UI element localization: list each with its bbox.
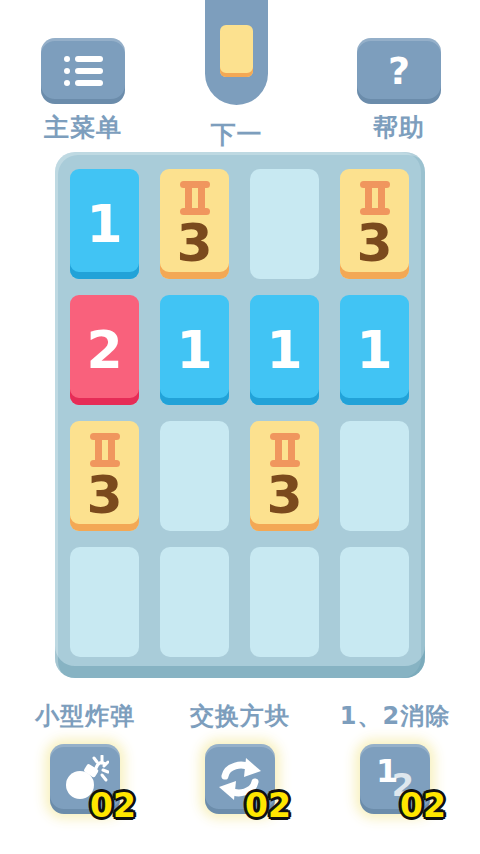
tile-yellow-3[interactable]: 3 xyxy=(160,169,229,279)
powerup-onetwo-button[interactable]: 1 2 02 xyxy=(360,744,430,814)
tile-number: 3 xyxy=(266,467,302,531)
roman-two-mark xyxy=(90,433,120,467)
roman-two-mark xyxy=(360,181,390,215)
help-group: ? 帮助 xyxy=(357,38,441,144)
main-menu-label: 主菜单 xyxy=(41,111,125,144)
help-label: 帮助 xyxy=(357,111,441,144)
next-tile-slot xyxy=(205,0,268,105)
empty-cell xyxy=(250,169,319,279)
roman-two-mark xyxy=(270,433,300,467)
tile-pink-2[interactable]: 2 xyxy=(70,295,139,405)
empty-cell xyxy=(160,547,229,657)
game-board[interactable]: 133211133 xyxy=(55,152,425,678)
main-menu-button[interactable] xyxy=(41,38,125,104)
powerup-bomb-count: 02 xyxy=(90,789,136,822)
tile-blue-1[interactable]: 1 xyxy=(160,295,229,405)
next-tile-preview xyxy=(220,25,253,77)
powerup-onetwo: 1、2消除 1 2 02 xyxy=(320,700,470,814)
powerup-swap: 交换方块 02 xyxy=(165,700,315,814)
powerup-onetwo-label: 1、2消除 xyxy=(320,700,470,732)
tile-yellow-3[interactable]: 3 xyxy=(250,421,319,531)
tile-number: 2 xyxy=(86,295,122,405)
board-grid: 133211133 xyxy=(70,169,409,657)
main-menu-group: 主菜单 xyxy=(41,38,125,144)
empty-cell xyxy=(70,547,139,657)
powerup-swap-count: 02 xyxy=(245,789,291,822)
tile-number: 1 xyxy=(86,169,122,279)
help-button[interactable]: ? xyxy=(357,38,441,104)
powerup-bomb-label: 小型炸弹 xyxy=(10,700,160,732)
tile-number: 3 xyxy=(356,215,392,279)
tile-blue-1[interactable]: 1 xyxy=(250,295,319,405)
tile-number: 1 xyxy=(356,295,392,405)
empty-cell xyxy=(250,547,319,657)
tile-number: 1 xyxy=(176,295,212,405)
tile-number: 3 xyxy=(86,467,122,531)
powerup-bomb: 小型炸弹 02 xyxy=(10,700,160,814)
tile-number: 1 xyxy=(266,295,302,405)
powerup-swap-label: 交换方块 xyxy=(165,700,315,732)
empty-cell xyxy=(340,547,409,657)
empty-cell xyxy=(160,421,229,531)
tile-blue-1[interactable]: 1 xyxy=(340,295,409,405)
roman-two-mark xyxy=(180,181,210,215)
powerup-onetwo-count: 02 xyxy=(400,789,446,822)
tile-yellow-3[interactable]: 3 xyxy=(340,169,409,279)
list-icon xyxy=(64,56,103,86)
powerup-bomb-button[interactable]: 02 xyxy=(50,744,120,814)
powerup-bar: 小型炸弹 02 交换方块 xyxy=(0,700,480,814)
powerup-swap-button[interactable]: 02 xyxy=(205,744,275,814)
tile-number: 3 xyxy=(176,215,212,279)
tile-blue-1[interactable]: 1 xyxy=(70,169,139,279)
empty-cell xyxy=(340,421,409,531)
question-mark-icon: ? xyxy=(388,52,410,90)
game-screen: 主菜单 下一个 ? 帮助 133211133 小型炸弹 xyxy=(0,0,480,854)
tile-yellow-3[interactable]: 3 xyxy=(70,421,139,531)
